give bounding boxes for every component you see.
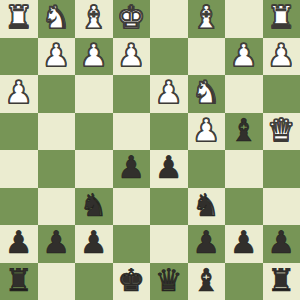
square-f1[interactable]: ♝ — [75, 0, 113, 38]
black-pawn-piece[interactable]: ♟ — [5, 224, 33, 262]
square-g8[interactable] — [38, 263, 76, 300]
square-e4[interactable] — [113, 113, 151, 151]
square-a6[interactable] — [263, 188, 301, 226]
square-c1[interactable]: ♝ — [188, 0, 226, 38]
white-pawn-piece[interactable]: ♟ — [42, 37, 70, 75]
square-a4[interactable]: ♛ — [263, 113, 301, 151]
square-a7[interactable]: ♟ — [263, 225, 301, 263]
black-pawn-piece[interactable]: ♟ — [230, 224, 258, 262]
square-c6[interactable]: ♞ — [188, 188, 226, 226]
black-bishop-piece[interactable]: ♝ — [230, 112, 258, 150]
white-pawn-piece[interactable]: ♟ — [117, 37, 145, 75]
square-d5[interactable]: ♟ — [150, 150, 188, 188]
square-e8[interactable]: ♚ — [113, 263, 151, 300]
square-f4[interactable] — [75, 113, 113, 151]
black-knight-piece[interactable]: ♞ — [80, 187, 108, 225]
square-f3[interactable] — [75, 75, 113, 113]
square-h7[interactable]: ♟ — [0, 225, 38, 263]
black-pawn-piece[interactable]: ♟ — [192, 224, 220, 262]
square-h6[interactable] — [0, 188, 38, 226]
square-e2[interactable]: ♟ — [113, 38, 151, 76]
square-g1[interactable]: ♞ — [38, 0, 76, 38]
square-a8[interactable]: ♜ — [263, 263, 301, 300]
square-g6[interactable] — [38, 188, 76, 226]
square-c5[interactable] — [188, 150, 226, 188]
square-b6[interactable] — [225, 188, 263, 226]
white-pawn-piece[interactable]: ♟ — [267, 37, 295, 75]
square-f2[interactable]: ♟ — [75, 38, 113, 76]
square-h4[interactable] — [0, 113, 38, 151]
square-b2[interactable]: ♟ — [225, 38, 263, 76]
square-b1[interactable] — [225, 0, 263, 38]
white-pawn-piece[interactable]: ♟ — [192, 112, 220, 150]
square-e7[interactable] — [113, 225, 151, 263]
square-b3[interactable] — [225, 75, 263, 113]
black-queen-piece[interactable]: ♛ — [155, 262, 183, 300]
square-e5[interactable]: ♟ — [113, 150, 151, 188]
white-pawn-piece[interactable]: ♟ — [80, 37, 108, 75]
black-king-piece[interactable]: ♚ — [117, 262, 145, 300]
white-queen-piece[interactable]: ♛ — [267, 112, 295, 150]
square-c2[interactable] — [188, 38, 226, 76]
black-pawn-piece[interactable]: ♟ — [267, 224, 295, 262]
square-f8[interactable] — [75, 263, 113, 300]
square-b7[interactable]: ♟ — [225, 225, 263, 263]
square-a1[interactable]: ♜ — [263, 0, 301, 38]
square-d1[interactable] — [150, 0, 188, 38]
white-rook-piece[interactable]: ♜ — [5, 0, 33, 37]
square-e1[interactable]: ♚ — [113, 0, 151, 38]
square-g4[interactable] — [38, 113, 76, 151]
square-f7[interactable]: ♟ — [75, 225, 113, 263]
chess-board: ♜♞♝♚♝♜♟♟♟♟♟♟♟♞♟♝♛♟♟♞♞♟♟♟♟♟♟♜♚♛♝♜ — [0, 0, 300, 300]
square-f5[interactable] — [75, 150, 113, 188]
square-g5[interactable] — [38, 150, 76, 188]
black-knight-piece[interactable]: ♞ — [192, 187, 220, 225]
white-pawn-piece[interactable]: ♟ — [230, 37, 258, 75]
square-d6[interactable] — [150, 188, 188, 226]
square-g2[interactable]: ♟ — [38, 38, 76, 76]
square-h5[interactable] — [0, 150, 38, 188]
square-d8[interactable]: ♛ — [150, 263, 188, 300]
square-b8[interactable] — [225, 263, 263, 300]
square-b5[interactable] — [225, 150, 263, 188]
square-f6[interactable]: ♞ — [75, 188, 113, 226]
black-pawn-piece[interactable]: ♟ — [155, 149, 183, 187]
white-pawn-piece[interactable]: ♟ — [5, 74, 33, 112]
square-a5[interactable] — [263, 150, 301, 188]
square-c8[interactable]: ♝ — [188, 263, 226, 300]
white-rook-piece[interactable]: ♜ — [267, 0, 295, 37]
black-rook-piece[interactable]: ♜ — [5, 262, 33, 300]
square-g3[interactable] — [38, 75, 76, 113]
white-knight-piece[interactable]: ♞ — [192, 74, 220, 112]
square-a2[interactable]: ♟ — [263, 38, 301, 76]
square-g7[interactable]: ♟ — [38, 225, 76, 263]
black-pawn-piece[interactable]: ♟ — [42, 224, 70, 262]
square-d3[interactable]: ♟ — [150, 75, 188, 113]
square-c7[interactable]: ♟ — [188, 225, 226, 263]
square-a3[interactable] — [263, 75, 301, 113]
square-b4[interactable]: ♝ — [225, 113, 263, 151]
white-knight-piece[interactable]: ♞ — [42, 0, 70, 37]
square-d4[interactable] — [150, 113, 188, 151]
square-h8[interactable]: ♜ — [0, 263, 38, 300]
white-bishop-piece[interactable]: ♝ — [192, 0, 220, 37]
square-c3[interactable]: ♞ — [188, 75, 226, 113]
square-e3[interactable] — [113, 75, 151, 113]
square-h3[interactable]: ♟ — [0, 75, 38, 113]
square-h1[interactable]: ♜ — [0, 0, 38, 38]
square-h2[interactable] — [0, 38, 38, 76]
square-e6[interactable] — [113, 188, 151, 226]
black-rook-piece[interactable]: ♜ — [267, 262, 295, 300]
square-c4[interactable]: ♟ — [188, 113, 226, 151]
square-d2[interactable] — [150, 38, 188, 76]
white-king-piece[interactable]: ♚ — [117, 0, 145, 37]
black-bishop-piece[interactable]: ♝ — [192, 262, 220, 300]
black-pawn-piece[interactable]: ♟ — [80, 224, 108, 262]
white-bishop-piece[interactable]: ♝ — [80, 0, 108, 37]
white-pawn-piece[interactable]: ♟ — [155, 74, 183, 112]
square-d7[interactable] — [150, 225, 188, 263]
black-pawn-piece[interactable]: ♟ — [117, 149, 145, 187]
